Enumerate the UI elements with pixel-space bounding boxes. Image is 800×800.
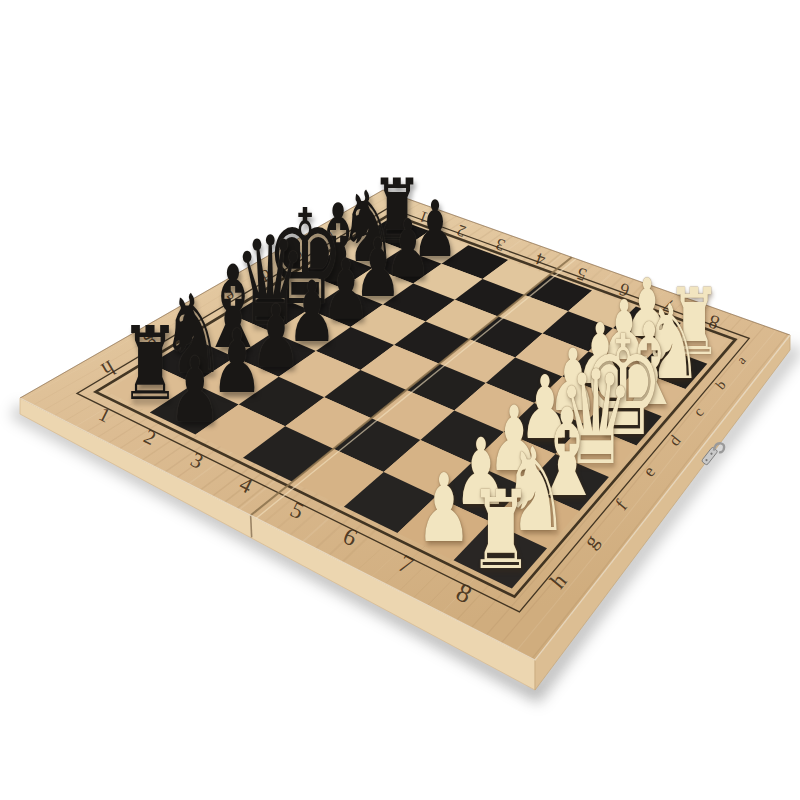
- folding-chess-board: 1122334455667788aabbccddeeffgghh: [0, 0, 800, 800]
- fold-seam-side-notch: [251, 515, 252, 537]
- chess-set-photo: 1122334455667788aabbccddeeffgghh ♜♟♞♟♝♟♚…: [0, 0, 800, 800]
